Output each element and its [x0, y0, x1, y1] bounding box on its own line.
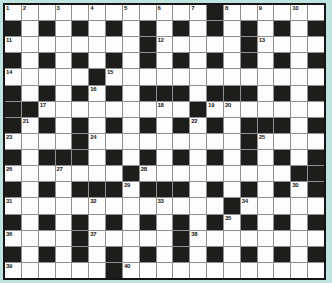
- cell[interactable]: [123, 86, 139, 101]
- cell[interactable]: [157, 166, 173, 181]
- cell[interactable]: 11: [5, 37, 21, 52]
- cell[interactable]: [308, 231, 324, 246]
- cell[interactable]: [157, 134, 173, 149]
- cell[interactable]: [224, 166, 240, 181]
- cell[interactable]: 27: [56, 166, 72, 181]
- cell[interactable]: [241, 231, 257, 246]
- cell[interactable]: [173, 198, 189, 213]
- cell[interactable]: [123, 37, 139, 52]
- blocked-cell: [274, 118, 290, 133]
- cell[interactable]: [89, 215, 105, 230]
- cell[interactable]: [308, 37, 324, 52]
- cell[interactable]: [56, 86, 72, 101]
- cell[interactable]: [157, 118, 173, 133]
- cell[interactable]: [274, 198, 290, 213]
- blocked-cell: [106, 86, 122, 101]
- cell[interactable]: [291, 231, 307, 246]
- cell[interactable]: 13: [258, 37, 274, 52]
- clue-number: 21: [23, 118, 29, 125]
- cell[interactable]: [241, 263, 257, 278]
- cell[interactable]: [89, 150, 105, 165]
- cell[interactable]: [123, 53, 139, 68]
- cell[interactable]: [291, 247, 307, 262]
- cell[interactable]: [274, 37, 290, 52]
- clue-number: 37: [90, 231, 96, 238]
- cell[interactable]: [291, 263, 307, 278]
- cell[interactable]: 29: [123, 182, 139, 197]
- blocked-cell: [5, 215, 21, 230]
- cell[interactable]: [123, 118, 139, 133]
- clue-number: 11: [6, 37, 12, 44]
- cell[interactable]: [56, 21, 72, 36]
- cell[interactable]: [56, 198, 72, 213]
- clue-number: 17: [40, 102, 46, 109]
- cell[interactable]: [72, 263, 88, 278]
- cell[interactable]: [274, 134, 290, 149]
- cell[interactable]: 30: [291, 182, 307, 197]
- cell[interactable]: [123, 69, 139, 84]
- cell[interactable]: 25: [258, 134, 274, 149]
- cell[interactable]: [89, 53, 105, 68]
- cell[interactable]: [157, 215, 173, 230]
- cell[interactable]: [190, 182, 206, 197]
- cell[interactable]: [207, 231, 223, 246]
- cell[interactable]: 37: [89, 231, 105, 246]
- cell[interactable]: [22, 134, 38, 149]
- cell[interactable]: [22, 86, 38, 101]
- cell[interactable]: [39, 69, 55, 84]
- cell[interactable]: [56, 182, 72, 197]
- cell[interactable]: [56, 118, 72, 133]
- clue-number: 32: [90, 198, 96, 205]
- cell[interactable]: [22, 37, 38, 52]
- blocked-cell: [241, 215, 257, 230]
- cell[interactable]: [56, 134, 72, 149]
- blocked-cell: [106, 263, 122, 278]
- cell[interactable]: [224, 231, 240, 246]
- cell[interactable]: [22, 53, 38, 68]
- blocked-cell: [308, 86, 324, 101]
- cell[interactable]: [224, 182, 240, 197]
- cell[interactable]: [157, 53, 173, 68]
- cell[interactable]: [22, 247, 38, 262]
- cell[interactable]: [190, 21, 206, 36]
- cell[interactable]: [258, 198, 274, 213]
- cell[interactable]: [72, 69, 88, 84]
- cell[interactable]: [56, 53, 72, 68]
- cell[interactable]: [258, 215, 274, 230]
- blocked-cell: [241, 134, 257, 149]
- clue-number: 38: [191, 231, 197, 238]
- cell[interactable]: [308, 263, 324, 278]
- clue-number: 2: [23, 5, 26, 12]
- cell[interactable]: [22, 150, 38, 165]
- cell[interactable]: [291, 150, 307, 165]
- blocked-cell: [72, 182, 88, 197]
- cell[interactable]: [123, 21, 139, 36]
- cell[interactable]: 26: [5, 166, 21, 181]
- clue-number: 10: [292, 5, 298, 12]
- blocked-cell: [56, 150, 72, 165]
- cell[interactable]: [89, 263, 105, 278]
- cell[interactable]: [89, 118, 105, 133]
- cell[interactable]: [123, 198, 139, 213]
- clue-number: 7: [191, 5, 194, 12]
- cell[interactable]: [106, 134, 122, 149]
- cell[interactable]: [173, 5, 189, 20]
- cell[interactable]: [224, 134, 240, 149]
- cell[interactable]: 14: [5, 69, 21, 84]
- cell[interactable]: [39, 198, 55, 213]
- clue-number: 3: [57, 5, 60, 12]
- cell[interactable]: [39, 37, 55, 52]
- cell[interactable]: 9: [258, 5, 274, 20]
- cell[interactable]: [106, 102, 122, 117]
- cell[interactable]: 15: [106, 69, 122, 84]
- blocked-cell: [106, 53, 122, 68]
- blocked-cell: [72, 247, 88, 262]
- cell[interactable]: [140, 198, 156, 213]
- blocked-cell: [140, 247, 156, 262]
- cell[interactable]: 21: [22, 118, 38, 133]
- cell[interactable]: [308, 198, 324, 213]
- cell[interactable]: [258, 69, 274, 84]
- cell[interactable]: [291, 102, 307, 117]
- clue-number: 8: [225, 5, 228, 12]
- cell[interactable]: [274, 69, 290, 84]
- cell[interactable]: [56, 263, 72, 278]
- cell[interactable]: [123, 102, 139, 117]
- cell[interactable]: [56, 69, 72, 84]
- cell[interactable]: [72, 37, 88, 52]
- cell[interactable]: [123, 215, 139, 230]
- cell[interactable]: [291, 69, 307, 84]
- cell[interactable]: [140, 102, 156, 117]
- cell[interactable]: [56, 215, 72, 230]
- cell[interactable]: [157, 247, 173, 262]
- cell[interactable]: [224, 247, 240, 262]
- cell[interactable]: [224, 263, 240, 278]
- blocked-cell: [241, 150, 257, 165]
- clue-number: 23: [6, 134, 12, 141]
- blocked-cell: [5, 21, 21, 36]
- cell[interactable]: [274, 102, 290, 117]
- clue-number: 1: [6, 5, 9, 12]
- cell[interactable]: [274, 166, 290, 181]
- cell[interactable]: [274, 231, 290, 246]
- cell[interactable]: 16: [89, 86, 105, 101]
- cell[interactable]: [207, 198, 223, 213]
- clue-number: 9: [259, 5, 262, 12]
- cell[interactable]: [106, 198, 122, 213]
- clue-number: 20: [225, 102, 231, 109]
- cell[interactable]: [72, 102, 88, 117]
- cell[interactable]: [308, 102, 324, 117]
- cell[interactable]: [291, 134, 307, 149]
- cell[interactable]: 18: [157, 102, 173, 117]
- cell[interactable]: [72, 5, 88, 20]
- cell[interactable]: 36: [5, 231, 21, 246]
- blocked-cell: [173, 21, 189, 36]
- cell[interactable]: [22, 69, 38, 84]
- cell[interactable]: [106, 5, 122, 20]
- cell[interactable]: [123, 150, 139, 165]
- blocked-cell: [39, 215, 55, 230]
- cell[interactable]: [308, 5, 324, 20]
- cell[interactable]: [190, 150, 206, 165]
- cell[interactable]: [190, 215, 206, 230]
- blocked-cell: [5, 86, 21, 101]
- cell[interactable]: [258, 21, 274, 36]
- cell[interactable]: [22, 182, 38, 197]
- cell[interactable]: 4: [89, 5, 105, 20]
- cell[interactable]: [308, 134, 324, 149]
- blocked-cell: [72, 215, 88, 230]
- cell[interactable]: [106, 231, 122, 246]
- blocked-cell: [274, 247, 290, 262]
- cell[interactable]: [190, 134, 206, 149]
- cell[interactable]: [190, 86, 206, 101]
- cell[interactable]: [140, 69, 156, 84]
- cell[interactable]: [258, 263, 274, 278]
- cell[interactable]: [258, 166, 274, 181]
- cell[interactable]: 39: [5, 263, 21, 278]
- cell[interactable]: [22, 231, 38, 246]
- cell[interactable]: 20: [224, 102, 240, 117]
- cell[interactable]: [224, 118, 240, 133]
- cell[interactable]: [106, 166, 122, 181]
- cell[interactable]: [258, 231, 274, 246]
- blocked-cell: [89, 182, 105, 197]
- clue-number: 29: [124, 182, 130, 189]
- blocked-cell: [140, 150, 156, 165]
- cell[interactable]: [140, 134, 156, 149]
- cell[interactable]: [274, 263, 290, 278]
- cell[interactable]: [173, 102, 189, 117]
- blocked-cell: [173, 182, 189, 197]
- blocked-cell: [39, 21, 55, 36]
- cell[interactable]: [291, 118, 307, 133]
- cell[interactable]: [56, 231, 72, 246]
- clue-number: 24: [90, 134, 96, 141]
- cell[interactable]: 7: [190, 5, 206, 20]
- cell[interactable]: [207, 166, 223, 181]
- blocked-cell: [308, 118, 324, 133]
- cell[interactable]: [224, 21, 240, 36]
- cell[interactable]: 32: [89, 198, 105, 213]
- cell[interactable]: [157, 150, 173, 165]
- cell[interactable]: [22, 198, 38, 213]
- blocked-cell: [72, 231, 88, 246]
- blocked-cell: [5, 102, 21, 117]
- cell[interactable]: 10: [291, 5, 307, 20]
- cell[interactable]: [190, 37, 206, 52]
- cell[interactable]: [140, 5, 156, 20]
- clue-number: 4: [90, 5, 93, 12]
- cell[interactable]: [224, 150, 240, 165]
- cell[interactable]: [291, 215, 307, 230]
- blocked-cell: [308, 53, 324, 68]
- blocked-cell: [140, 86, 156, 101]
- cell[interactable]: [123, 134, 139, 149]
- cell[interactable]: 33: [157, 198, 173, 213]
- blocked-cell: [274, 150, 290, 165]
- clue-number: 30: [292, 182, 298, 189]
- cell[interactable]: [89, 166, 105, 181]
- blocked-cell: [173, 53, 189, 68]
- cell[interactable]: [89, 102, 105, 117]
- cell[interactable]: [22, 166, 38, 181]
- blocked-cell: [140, 118, 156, 133]
- blocked-cell: [224, 198, 240, 213]
- clue-number: 40: [124, 263, 130, 270]
- cell[interactable]: [140, 231, 156, 246]
- cell[interactable]: [291, 37, 307, 52]
- cell[interactable]: [190, 166, 206, 181]
- cell[interactable]: [123, 247, 139, 262]
- cell[interactable]: [291, 53, 307, 68]
- blocked-cell: [72, 53, 88, 68]
- cell[interactable]: 3: [56, 5, 72, 20]
- cell[interactable]: [173, 263, 189, 278]
- cell[interactable]: [241, 5, 257, 20]
- cell[interactable]: [274, 5, 290, 20]
- cell[interactable]: [241, 102, 257, 117]
- cell[interactable]: [258, 182, 274, 197]
- cell[interactable]: [56, 102, 72, 117]
- cell[interactable]: 40: [123, 263, 139, 278]
- cell[interactable]: [224, 53, 240, 68]
- cell[interactable]: [291, 198, 307, 213]
- cell[interactable]: [89, 37, 105, 52]
- cell[interactable]: [258, 86, 274, 101]
- cell[interactable]: [308, 69, 324, 84]
- cell[interactable]: [207, 37, 223, 52]
- cell[interactable]: [39, 5, 55, 20]
- clue-number: 13: [259, 37, 265, 44]
- blocked-cell: [274, 21, 290, 36]
- cell[interactable]: [207, 263, 223, 278]
- blocked-cell: [173, 118, 189, 133]
- cell[interactable]: [157, 263, 173, 278]
- cell[interactable]: 23: [5, 134, 21, 149]
- cell[interactable]: [190, 53, 206, 68]
- cell[interactable]: [72, 166, 88, 181]
- cell[interactable]: [291, 21, 307, 36]
- cell[interactable]: [39, 134, 55, 149]
- cell[interactable]: [89, 21, 105, 36]
- cell[interactable]: [224, 37, 240, 52]
- cell[interactable]: 31: [5, 198, 21, 213]
- cell[interactable]: 34: [241, 198, 257, 213]
- cell[interactable]: [140, 263, 156, 278]
- cell[interactable]: [39, 166, 55, 181]
- blocked-cell: [140, 53, 156, 68]
- cell[interactable]: [224, 69, 240, 84]
- clue-number: 39: [6, 263, 12, 270]
- cell[interactable]: [106, 37, 122, 52]
- blocked-cell: [274, 86, 290, 101]
- cell[interactable]: [190, 263, 206, 278]
- cell[interactable]: 17: [39, 102, 55, 117]
- blocked-cell: [106, 182, 122, 197]
- cell[interactable]: [39, 231, 55, 246]
- cell[interactable]: [173, 69, 189, 84]
- clue-number: 36: [6, 231, 12, 238]
- cell[interactable]: [89, 247, 105, 262]
- blocked-cell: [207, 53, 223, 68]
- cell[interactable]: 12: [157, 37, 173, 52]
- cell[interactable]: [190, 247, 206, 262]
- cell[interactable]: [22, 215, 38, 230]
- blocked-cell: [106, 247, 122, 262]
- cell[interactable]: [173, 37, 189, 52]
- blocked-cell: [207, 118, 223, 133]
- cell[interactable]: [22, 263, 38, 278]
- cell[interactable]: [207, 69, 223, 84]
- cell[interactable]: [207, 134, 223, 149]
- blocked-cell: [72, 134, 88, 149]
- cell[interactable]: [157, 69, 173, 84]
- clue-number: 14: [6, 69, 12, 76]
- cell[interactable]: [258, 247, 274, 262]
- blocked-cell: [140, 37, 156, 52]
- cell[interactable]: [190, 69, 206, 84]
- cell[interactable]: 24: [89, 134, 105, 149]
- cell[interactable]: 1: [5, 5, 21, 20]
- cell[interactable]: 22: [190, 118, 206, 133]
- cell[interactable]: 6: [157, 5, 173, 20]
- cell[interactable]: [258, 102, 274, 117]
- blocked-cell: [140, 21, 156, 36]
- cell[interactable]: 2: [22, 5, 38, 20]
- cell[interactable]: [291, 86, 307, 101]
- cell[interactable]: 35: [224, 215, 240, 230]
- cell[interactable]: 8: [224, 5, 240, 20]
- cell[interactable]: 19: [207, 102, 223, 117]
- cell[interactable]: [56, 247, 72, 262]
- clue-number: 26: [6, 166, 12, 173]
- cell[interactable]: [56, 37, 72, 52]
- cell[interactable]: 38: [190, 231, 206, 246]
- blocked-cell: [207, 86, 223, 101]
- blocked-cell: [72, 86, 88, 101]
- cell[interactable]: 28: [140, 166, 156, 181]
- cell[interactable]: [157, 231, 173, 246]
- blocked-cell: [5, 53, 21, 68]
- blocked-cell: [140, 182, 156, 197]
- cell[interactable]: [39, 263, 55, 278]
- cell[interactable]: [241, 166, 257, 181]
- cell[interactable]: [123, 231, 139, 246]
- cell[interactable]: [157, 21, 173, 36]
- cell[interactable]: [72, 198, 88, 213]
- cell[interactable]: 5: [123, 5, 139, 20]
- cell[interactable]: [258, 150, 274, 165]
- blocked-cell: [5, 182, 21, 197]
- cell[interactable]: [173, 134, 189, 149]
- crossword-grid: 1234567891011121314151617181920212223242…: [3, 3, 326, 280]
- cell[interactable]: [241, 69, 257, 84]
- cell[interactable]: [173, 166, 189, 181]
- cell[interactable]: [190, 198, 206, 213]
- cell[interactable]: [258, 53, 274, 68]
- blocked-cell: [207, 21, 223, 36]
- blocked-cell: [72, 118, 88, 133]
- blocked-cell: [207, 150, 223, 165]
- cell[interactable]: [22, 21, 38, 36]
- clue-number: 6: [158, 5, 161, 12]
